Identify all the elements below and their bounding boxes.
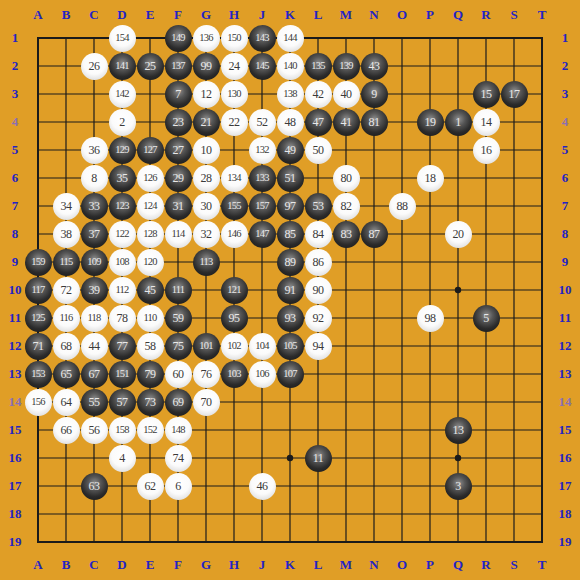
stone-H10: 121 [221, 277, 248, 304]
stone-C10: 39 [81, 277, 108, 304]
stone-Q17: 3 [445, 473, 472, 500]
stone-H3: 130 [221, 81, 248, 108]
stone-C13: 67 [81, 361, 108, 388]
stone-C7: 33 [81, 193, 108, 220]
stone-G14: 70 [193, 389, 220, 416]
stone-A10: 117 [25, 277, 52, 304]
stone-F13: 60 [165, 361, 192, 388]
stone-J12: 104 [249, 333, 276, 360]
stone-F16: 74 [165, 445, 192, 472]
stone-L16: 11 [305, 445, 332, 472]
stone-M8: 83 [333, 221, 360, 248]
stone-E6: 126 [137, 165, 164, 192]
stone-Q8: 20 [445, 221, 472, 248]
stone-K5: 49 [277, 137, 304, 164]
stone-B10: 72 [53, 277, 80, 304]
stone-F1: 149 [165, 25, 192, 52]
stone-C12: 44 [81, 333, 108, 360]
stone-L7: 53 [305, 193, 332, 220]
stone-D6: 35 [109, 165, 136, 192]
stone-E12: 58 [137, 333, 164, 360]
stone-E14: 73 [137, 389, 164, 416]
stone-N4: 81 [361, 109, 388, 136]
stone-R3: 15 [473, 81, 500, 108]
stones-grid[interactable]: 1541491361501431442614125137992414514013… [24, 24, 556, 556]
stone-K13: 107 [277, 361, 304, 388]
stone-B9: 115 [53, 249, 80, 276]
stone-E10: 45 [137, 277, 164, 304]
stone-F11: 59 [165, 305, 192, 332]
stone-M2: 139 [333, 53, 360, 80]
stone-C6: 8 [81, 165, 108, 192]
stone-K11: 93 [277, 305, 304, 332]
stone-L2: 135 [305, 53, 332, 80]
stone-M6: 80 [333, 165, 360, 192]
stone-K7: 97 [277, 193, 304, 220]
stone-B11: 116 [53, 305, 80, 332]
stone-G3: 12 [193, 81, 220, 108]
stone-D8: 122 [109, 221, 136, 248]
stone-D9: 108 [109, 249, 136, 276]
stone-H8: 146 [221, 221, 248, 248]
stone-H4: 22 [221, 109, 248, 136]
stone-C11: 118 [81, 305, 108, 332]
stone-F4: 23 [165, 109, 192, 136]
stone-K3: 138 [277, 81, 304, 108]
stone-K8: 85 [277, 221, 304, 248]
stone-J1: 143 [249, 25, 276, 52]
stone-G5: 10 [193, 137, 220, 164]
stone-B13: 65 [53, 361, 80, 388]
stone-H11: 95 [221, 305, 248, 332]
stone-F2: 137 [165, 53, 192, 80]
stone-A9: 159 [25, 249, 52, 276]
stone-R4: 14 [473, 109, 500, 136]
stone-K9: 89 [277, 249, 304, 276]
stone-L9: 86 [305, 249, 332, 276]
stone-J6: 133 [249, 165, 276, 192]
stone-E13: 79 [137, 361, 164, 388]
stone-C9: 109 [81, 249, 108, 276]
stone-A13: 153 [25, 361, 52, 388]
stone-S3: 17 [501, 81, 528, 108]
stone-C2: 26 [81, 53, 108, 80]
stone-F14: 69 [165, 389, 192, 416]
stone-A14: 156 [25, 389, 52, 416]
stone-E5: 127 [137, 137, 164, 164]
stone-D2: 141 [109, 53, 136, 80]
stone-H7: 155 [221, 193, 248, 220]
stone-D16: 4 [109, 445, 136, 472]
stone-H2: 24 [221, 53, 248, 80]
stone-A11: 125 [25, 305, 52, 332]
stone-E15: 152 [137, 417, 164, 444]
stone-F7: 31 [165, 193, 192, 220]
stone-O7: 88 [389, 193, 416, 220]
stone-F6: 29 [165, 165, 192, 192]
stone-D15: 158 [109, 417, 136, 444]
stone-D1: 154 [109, 25, 136, 52]
stone-J17: 46 [249, 473, 276, 500]
stone-H6: 134 [221, 165, 248, 192]
stone-N8: 87 [361, 221, 388, 248]
stone-K10: 91 [277, 277, 304, 304]
stone-G9: 113 [193, 249, 220, 276]
stone-F12: 75 [165, 333, 192, 360]
stone-C8: 37 [81, 221, 108, 248]
stone-E17: 62 [137, 473, 164, 500]
stone-Q4: 1 [445, 109, 472, 136]
stone-H1: 150 [221, 25, 248, 52]
stone-D5: 129 [109, 137, 136, 164]
stone-L12: 94 [305, 333, 332, 360]
stone-K2: 140 [277, 53, 304, 80]
stone-F15: 148 [165, 417, 192, 444]
stone-M3: 40 [333, 81, 360, 108]
stone-J5: 132 [249, 137, 276, 164]
stone-M4: 41 [333, 109, 360, 136]
stone-L4: 47 [305, 109, 332, 136]
stone-H12: 102 [221, 333, 248, 360]
stone-L10: 90 [305, 277, 332, 304]
stone-P4: 19 [417, 109, 444, 136]
stone-D10: 112 [109, 277, 136, 304]
stone-R5: 16 [473, 137, 500, 164]
stone-F17: 6 [165, 473, 192, 500]
stone-L11: 92 [305, 305, 332, 332]
stone-D14: 57 [109, 389, 136, 416]
stone-F3: 7 [165, 81, 192, 108]
stone-E2: 25 [137, 53, 164, 80]
stone-A12: 71 [25, 333, 52, 360]
stone-E11: 110 [137, 305, 164, 332]
stone-D3: 142 [109, 81, 136, 108]
stone-G6: 28 [193, 165, 220, 192]
stone-B7: 34 [53, 193, 80, 220]
stone-G4: 21 [193, 109, 220, 136]
stone-J13: 106 [249, 361, 276, 388]
stone-D4: 2 [109, 109, 136, 136]
stone-F8: 114 [165, 221, 192, 248]
stone-G7: 30 [193, 193, 220, 220]
stone-N2: 43 [361, 53, 388, 80]
stone-B15: 66 [53, 417, 80, 444]
stone-E7: 124 [137, 193, 164, 220]
stone-C5: 36 [81, 137, 108, 164]
stone-C15: 56 [81, 417, 108, 444]
stone-D12: 77 [109, 333, 136, 360]
stone-D7: 123 [109, 193, 136, 220]
stone-L3: 42 [305, 81, 332, 108]
stone-B8: 38 [53, 221, 80, 248]
stone-P6: 18 [417, 165, 444, 192]
stone-C17: 63 [81, 473, 108, 500]
stone-K12: 105 [277, 333, 304, 360]
stone-E8: 128 [137, 221, 164, 248]
stone-F5: 27 [165, 137, 192, 164]
stone-G1: 136 [193, 25, 220, 52]
stone-J7: 157 [249, 193, 276, 220]
stone-L5: 50 [305, 137, 332, 164]
stone-B14: 64 [53, 389, 80, 416]
stone-J8: 147 [249, 221, 276, 248]
stone-G2: 99 [193, 53, 220, 80]
stone-B12: 68 [53, 333, 80, 360]
stone-C14: 55 [81, 389, 108, 416]
go-board[interactable]: ABCDEFGHJKLMNOPQRST ABCDEFGHJKLMNOPQRST … [0, 0, 580, 580]
stone-M7: 82 [333, 193, 360, 220]
stone-K4: 48 [277, 109, 304, 136]
stone-J2: 145 [249, 53, 276, 80]
stone-J4: 52 [249, 109, 276, 136]
stone-K6: 51 [277, 165, 304, 192]
stone-G13: 76 [193, 361, 220, 388]
stone-P11: 98 [417, 305, 444, 332]
stone-D11: 78 [109, 305, 136, 332]
stone-D13: 151 [109, 361, 136, 388]
stone-G12: 101 [193, 333, 220, 360]
stone-N3: 9 [361, 81, 388, 108]
stone-H13: 103 [221, 361, 248, 388]
stone-K1: 144 [277, 25, 304, 52]
stone-G8: 32 [193, 221, 220, 248]
stone-F10: 111 [165, 277, 192, 304]
stone-E9: 120 [137, 249, 164, 276]
stone-Q15: 13 [445, 417, 472, 444]
stone-L8: 84 [305, 221, 332, 248]
stone-R11: 5 [473, 305, 500, 332]
